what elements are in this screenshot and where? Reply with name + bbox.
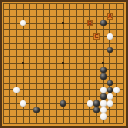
board-intersection[interactable]	[80, 53, 87, 60]
board-intersection[interactable]	[60, 60, 67, 67]
move-label-c[interactable]: C	[93, 33, 99, 39]
board-intersection[interactable]	[87, 40, 94, 47]
board-intersection[interactable]	[60, 107, 67, 114]
board-intersection[interactable]	[13, 87, 20, 94]
board-intersection[interactable]	[87, 13, 94, 20]
board-intersection[interactable]	[60, 26, 67, 33]
board-intersection[interactable]	[53, 6, 60, 13]
board-intersection[interactable]: B	[87, 20, 94, 27]
board-intersection[interactable]	[20, 93, 27, 100]
board-intersection[interactable]	[6, 26, 13, 33]
board-intersection[interactable]	[93, 120, 100, 127]
board-intersection[interactable]	[33, 67, 40, 74]
board-intersection[interactable]	[87, 100, 94, 107]
board-intersection[interactable]	[93, 87, 100, 94]
board-intersection[interactable]	[73, 33, 80, 40]
board-intersection[interactable]	[60, 113, 67, 120]
board-intersection[interactable]	[20, 53, 27, 60]
board-intersection[interactable]	[6, 20, 13, 27]
board-intersection[interactable]	[80, 26, 87, 33]
board-intersection[interactable]	[46, 33, 53, 40]
board-intersection[interactable]	[6, 80, 13, 87]
board-intersection[interactable]	[40, 20, 47, 27]
board-intersection[interactable]	[113, 53, 120, 60]
board-intersection[interactable]	[113, 20, 120, 27]
board-intersection[interactable]	[67, 73, 74, 80]
board-intersection[interactable]	[26, 60, 33, 67]
board-intersection[interactable]	[60, 93, 67, 100]
board-intersection[interactable]	[46, 60, 53, 67]
board-intersection[interactable]	[107, 6, 114, 13]
board-intersection[interactable]	[53, 33, 60, 40]
board-intersection[interactable]	[60, 53, 67, 60]
board-intersection[interactable]	[80, 33, 87, 40]
board-intersection[interactable]	[13, 113, 20, 120]
board-intersection[interactable]	[40, 87, 47, 94]
board-intersection[interactable]	[46, 80, 53, 87]
board-intersection[interactable]	[113, 120, 120, 127]
board-intersection[interactable]	[26, 46, 33, 53]
board-intersection[interactable]	[26, 67, 33, 74]
board-intersection[interactable]	[113, 60, 120, 67]
board-intersection[interactable]	[60, 46, 67, 53]
board-intersection[interactable]	[87, 73, 94, 80]
board-intersection[interactable]	[113, 113, 120, 120]
board-intersection[interactable]	[87, 60, 94, 67]
board-intersection[interactable]	[26, 53, 33, 60]
board-intersection[interactable]	[40, 53, 47, 60]
board-intersection[interactable]	[33, 113, 40, 120]
board-intersection[interactable]	[60, 6, 67, 13]
board-intersection[interactable]	[20, 80, 27, 87]
board-intersection[interactable]	[67, 87, 74, 94]
board-intersection[interactable]	[33, 13, 40, 20]
board-intersection[interactable]	[120, 107, 127, 114]
board-intersection[interactable]	[53, 93, 60, 100]
board-intersection[interactable]	[113, 46, 120, 53]
board-intersection[interactable]	[40, 73, 47, 80]
board-intersection[interactable]	[53, 26, 60, 33]
board-intersection[interactable]	[120, 113, 127, 120]
board-intersection[interactable]	[46, 120, 53, 127]
board-intersection[interactable]	[73, 13, 80, 20]
board-intersection[interactable]	[107, 26, 114, 33]
board-intersection[interactable]	[60, 20, 67, 27]
board-intersection[interactable]	[33, 100, 40, 107]
board-intersection[interactable]	[113, 6, 120, 13]
board-intersection[interactable]	[40, 100, 47, 107]
board-intersection[interactable]	[100, 40, 107, 47]
board-intersection[interactable]	[13, 120, 20, 127]
board-intersection[interactable]	[93, 100, 100, 107]
board-intersection[interactable]	[53, 113, 60, 120]
board-intersection[interactable]	[67, 26, 74, 33]
board-intersection[interactable]	[120, 100, 127, 107]
board-intersection[interactable]	[60, 40, 67, 47]
board-intersection[interactable]	[26, 6, 33, 13]
board-intersection[interactable]	[6, 73, 13, 80]
board-intersection[interactable]	[120, 67, 127, 74]
board-intersection[interactable]	[113, 73, 120, 80]
board-intersection[interactable]	[26, 20, 33, 27]
board-intersection[interactable]	[120, 60, 127, 67]
board-intersection[interactable]	[73, 80, 80, 87]
board-intersection[interactable]	[6, 53, 13, 60]
board-intersection[interactable]: C	[93, 33, 100, 40]
board-intersection[interactable]	[53, 46, 60, 53]
board-intersection[interactable]	[80, 40, 87, 47]
board-intersection[interactable]	[46, 13, 53, 20]
board-intersection[interactable]	[26, 107, 33, 114]
board-intersection[interactable]	[100, 73, 107, 80]
board-intersection[interactable]	[60, 73, 67, 80]
board-intersection[interactable]	[100, 113, 107, 120]
board-intersection[interactable]	[93, 93, 100, 100]
board-intersection[interactable]	[93, 113, 100, 120]
board-intersection[interactable]	[100, 33, 107, 40]
board-intersection[interactable]	[80, 67, 87, 74]
board-intersection[interactable]	[100, 93, 107, 100]
board-intersection[interactable]	[80, 107, 87, 114]
board-intersection[interactable]	[107, 80, 114, 87]
board-intersection[interactable]	[53, 67, 60, 74]
board-intersection[interactable]	[40, 67, 47, 74]
board-intersection[interactable]	[13, 6, 20, 13]
board-intersection[interactable]	[120, 20, 127, 27]
board-intersection[interactable]	[6, 6, 13, 13]
board-intersection[interactable]	[53, 73, 60, 80]
board-intersection[interactable]	[73, 120, 80, 127]
board-intersection[interactable]	[120, 46, 127, 53]
board-intersection[interactable]	[20, 33, 27, 40]
board-intersection[interactable]	[46, 6, 53, 13]
board-intersection[interactable]	[46, 46, 53, 53]
board-intersection[interactable]	[73, 93, 80, 100]
board-intersection[interactable]	[67, 33, 74, 40]
board-intersection[interactable]	[113, 87, 120, 94]
board-intersection[interactable]	[26, 100, 33, 107]
board-intersection[interactable]	[80, 113, 87, 120]
board-intersection[interactable]	[73, 20, 80, 27]
board-intersection[interactable]	[46, 67, 53, 74]
board-intersection[interactable]	[80, 46, 87, 53]
board-intersection[interactable]	[73, 73, 80, 80]
board-intersection[interactable]	[107, 46, 114, 53]
board-intersection[interactable]	[46, 100, 53, 107]
board-intersection[interactable]	[26, 26, 33, 33]
board-intersection[interactable]	[113, 93, 120, 100]
board-intersection[interactable]	[120, 73, 127, 80]
board-intersection[interactable]	[20, 13, 27, 20]
board-intersection[interactable]	[53, 87, 60, 94]
move-label-b[interactable]: B	[87, 20, 93, 26]
board-intersection[interactable]	[20, 46, 27, 53]
board-intersection[interactable]	[20, 60, 27, 67]
board-intersection[interactable]	[53, 107, 60, 114]
board-intersection[interactable]	[87, 120, 94, 127]
board-intersection[interactable]	[100, 13, 107, 20]
board-intersection[interactable]	[33, 107, 40, 114]
board-intersection[interactable]	[60, 33, 67, 40]
board-intersection[interactable]	[100, 26, 107, 33]
board-intersection[interactable]	[46, 113, 53, 120]
board-intersection[interactable]	[80, 87, 87, 94]
board-intersection[interactable]	[107, 93, 114, 100]
board-intersection[interactable]	[6, 113, 13, 120]
board-intersection[interactable]	[67, 20, 74, 27]
board-intersection[interactable]	[73, 53, 80, 60]
board-intersection[interactable]	[87, 93, 94, 100]
board-intersection[interactable]	[73, 67, 80, 74]
board-intersection[interactable]	[46, 73, 53, 80]
board-intersection[interactable]	[13, 93, 20, 100]
board-intersection[interactable]	[40, 120, 47, 127]
board-intersection[interactable]	[26, 33, 33, 40]
board-intersection[interactable]	[93, 46, 100, 53]
board-intersection[interactable]	[46, 87, 53, 94]
board-intersection[interactable]	[13, 26, 20, 33]
board-intersection[interactable]	[107, 67, 114, 74]
board-intersection[interactable]	[53, 40, 60, 47]
board-intersection[interactable]	[93, 73, 100, 80]
board-intersection[interactable]	[100, 46, 107, 53]
move-label-a[interactable]: A	[107, 13, 113, 19]
board-intersection[interactable]	[100, 53, 107, 60]
board-intersection[interactable]	[87, 87, 94, 94]
board-intersection[interactable]	[113, 40, 120, 47]
board-intersection[interactable]	[40, 13, 47, 20]
board-intersection[interactable]	[40, 46, 47, 53]
board-intersection[interactable]	[107, 33, 114, 40]
board-intersection[interactable]	[20, 87, 27, 94]
board-intersection[interactable]	[53, 120, 60, 127]
board-intersection[interactable]	[33, 120, 40, 127]
board-intersection[interactable]	[80, 60, 87, 67]
board-intersection[interactable]	[100, 20, 107, 27]
board-intersection[interactable]	[87, 33, 94, 40]
board-intersection[interactable]	[20, 120, 27, 127]
board-intersection[interactable]	[60, 67, 67, 74]
board-intersection[interactable]	[13, 46, 20, 53]
board-intersection[interactable]	[13, 80, 20, 87]
board-intersection[interactable]	[6, 13, 13, 20]
board-intersection[interactable]	[67, 60, 74, 67]
board-intersection[interactable]	[120, 87, 127, 94]
board-intersection[interactable]	[13, 100, 20, 107]
board-intersection[interactable]	[67, 53, 74, 60]
board-intersection[interactable]	[20, 6, 27, 13]
board-intersection[interactable]	[67, 107, 74, 114]
board-intersection[interactable]	[20, 113, 27, 120]
board-intersection[interactable]: A	[107, 13, 114, 20]
board-intersection[interactable]	[46, 107, 53, 114]
board-intersection[interactable]	[26, 40, 33, 47]
board-intersection[interactable]	[20, 107, 27, 114]
board-intersection[interactable]	[80, 6, 87, 13]
board-intersection[interactable]	[6, 107, 13, 114]
board-intersection[interactable]	[13, 53, 20, 60]
board-intersection[interactable]	[60, 13, 67, 20]
board-intersection[interactable]	[13, 13, 20, 20]
board-intersection[interactable]	[120, 6, 127, 13]
board-intersection[interactable]	[100, 67, 107, 74]
board-intersection[interactable]	[20, 100, 27, 107]
board-intersection[interactable]	[73, 113, 80, 120]
board-intersection[interactable]	[107, 20, 114, 27]
board-intersection[interactable]	[120, 80, 127, 87]
board-intersection[interactable]	[6, 100, 13, 107]
board-intersection[interactable]	[33, 53, 40, 60]
board-intersection[interactable]	[26, 87, 33, 94]
board-intersection[interactable]	[80, 93, 87, 100]
board-intersection[interactable]	[107, 107, 114, 114]
board-intersection[interactable]	[100, 107, 107, 114]
board-intersection[interactable]	[93, 13, 100, 20]
board-intersection[interactable]	[40, 6, 47, 13]
board-intersection[interactable]	[87, 26, 94, 33]
board-intersection[interactable]	[26, 113, 33, 120]
board-intersection[interactable]	[67, 40, 74, 47]
board-intersection[interactable]	[33, 40, 40, 47]
board-intersection[interactable]	[53, 100, 60, 107]
board-intersection[interactable]	[67, 80, 74, 87]
board-intersection[interactable]	[20, 73, 27, 80]
board-intersection[interactable]	[6, 93, 13, 100]
board-intersection[interactable]	[73, 40, 80, 47]
board-intersection[interactable]	[60, 100, 67, 107]
board-intersection[interactable]	[73, 87, 80, 94]
board-intersection[interactable]	[26, 120, 33, 127]
board-intersection[interactable]	[26, 93, 33, 100]
board-intersection[interactable]	[13, 107, 20, 114]
board-intersection[interactable]	[67, 67, 74, 74]
board-intersection[interactable]	[120, 93, 127, 100]
board-intersection[interactable]	[113, 33, 120, 40]
board-intersection[interactable]	[93, 20, 100, 27]
board-intersection[interactable]	[53, 13, 60, 20]
board-intersection[interactable]	[67, 113, 74, 120]
board-intersection[interactable]	[80, 13, 87, 20]
board-intersection[interactable]	[40, 33, 47, 40]
board-intersection[interactable]	[40, 93, 47, 100]
board-intersection[interactable]	[107, 73, 114, 80]
board-intersection[interactable]	[107, 120, 114, 127]
board-intersection[interactable]	[60, 80, 67, 87]
board-intersection[interactable]	[20, 20, 27, 27]
board-intersection[interactable]	[26, 80, 33, 87]
board-intersection[interactable]	[113, 80, 120, 87]
board-intersection[interactable]	[53, 80, 60, 87]
board-intersection[interactable]	[67, 100, 74, 107]
board-intersection[interactable]	[113, 26, 120, 33]
board-intersection[interactable]	[67, 6, 74, 13]
board-intersection[interactable]	[67, 120, 74, 127]
board-intersection[interactable]	[40, 80, 47, 87]
board-intersection[interactable]	[113, 107, 120, 114]
board-intersection[interactable]	[33, 46, 40, 53]
board-intersection[interactable]	[46, 40, 53, 47]
board-intersection[interactable]	[26, 13, 33, 20]
board-intersection[interactable]	[13, 40, 20, 47]
board-intersection[interactable]	[120, 26, 127, 33]
board-intersection[interactable]	[120, 40, 127, 47]
board-intersection[interactable]	[60, 87, 67, 94]
board-intersection[interactable]	[93, 67, 100, 74]
board-intersection[interactable]	[107, 87, 114, 94]
board-intersection[interactable]	[46, 20, 53, 27]
board-intersection[interactable]	[6, 60, 13, 67]
board-intersection[interactable]	[67, 93, 74, 100]
board-intersection[interactable]	[80, 20, 87, 27]
board-intersection[interactable]	[20, 26, 27, 33]
board-intersection[interactable]	[80, 80, 87, 87]
board-intersection[interactable]	[100, 120, 107, 127]
board-intersection[interactable]	[60, 120, 67, 127]
board-intersection[interactable]	[13, 67, 20, 74]
board-intersection[interactable]	[120, 120, 127, 127]
board-intersection[interactable]	[93, 40, 100, 47]
board-intersection[interactable]	[33, 20, 40, 27]
board-intersection[interactable]	[33, 93, 40, 100]
board-intersection[interactable]	[100, 87, 107, 94]
board-intersection[interactable]	[93, 26, 100, 33]
board-intersection[interactable]	[73, 100, 80, 107]
board-intersection[interactable]	[80, 100, 87, 107]
board-intersection[interactable]	[6, 120, 13, 127]
board-intersection[interactable]	[107, 100, 114, 107]
board-intersection[interactable]	[46, 26, 53, 33]
board-intersection[interactable]	[33, 87, 40, 94]
board-intersection[interactable]	[113, 13, 120, 20]
board-intersection[interactable]	[120, 33, 127, 40]
board-intersection[interactable]	[40, 26, 47, 33]
board-intersection[interactable]	[13, 60, 20, 67]
board-intersection[interactable]	[107, 53, 114, 60]
board-intersection[interactable]	[73, 6, 80, 13]
board-intersection[interactable]	[80, 120, 87, 127]
board-intersection[interactable]	[87, 107, 94, 114]
board-intersection[interactable]	[100, 60, 107, 67]
board-intersection[interactable]	[87, 67, 94, 74]
board-intersection[interactable]	[87, 80, 94, 87]
board-intersection[interactable]	[13, 20, 20, 27]
board-intersection[interactable]	[13, 33, 20, 40]
go-board[interactable]: ABC	[0, 0, 128, 128]
board-intersection[interactable]	[80, 73, 87, 80]
board-intersection[interactable]	[13, 73, 20, 80]
board-intersection[interactable]	[20, 40, 27, 47]
board-intersection[interactable]	[53, 20, 60, 27]
board-intersection[interactable]	[6, 67, 13, 74]
board-intersection[interactable]	[26, 73, 33, 80]
board-intersection[interactable]	[6, 87, 13, 94]
board-intersection[interactable]	[33, 26, 40, 33]
board-intersection[interactable]	[6, 33, 13, 40]
board-intersection[interactable]	[46, 53, 53, 60]
board-intersection[interactable]	[73, 60, 80, 67]
board-intersection[interactable]	[40, 113, 47, 120]
board-intersection[interactable]	[33, 60, 40, 67]
board-intersection[interactable]	[87, 6, 94, 13]
board-intersection[interactable]	[73, 26, 80, 33]
board-intersection[interactable]	[67, 46, 74, 53]
board-intersection[interactable]	[120, 53, 127, 60]
board-intersection[interactable]	[6, 46, 13, 53]
board-intersection[interactable]	[107, 60, 114, 67]
board-intersection[interactable]	[107, 113, 114, 120]
board-intersection[interactable]	[87, 53, 94, 60]
board-intersection[interactable]	[113, 67, 120, 74]
